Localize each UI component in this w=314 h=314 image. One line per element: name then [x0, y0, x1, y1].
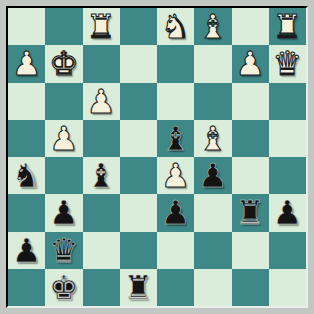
square-a5[interactable] — [8, 120, 45, 157]
square-h7[interactable]: ♛ — [269, 45, 306, 82]
piece-white-bishop[interactable]: ♝ — [198, 120, 228, 157]
square-b1[interactable]: ♚ — [45, 269, 82, 306]
square-a3[interactable] — [8, 194, 45, 231]
square-g8[interactable] — [232, 8, 269, 45]
square-a1[interactable] — [8, 269, 45, 306]
piece-black-rook[interactable]: ♜ — [235, 194, 265, 231]
square-f3[interactable] — [194, 194, 231, 231]
square-h8[interactable]: ♜ — [269, 8, 306, 45]
square-b6[interactable] — [45, 83, 82, 120]
square-e5[interactable]: ♝ — [157, 120, 194, 157]
square-e3[interactable]: ♟ — [157, 194, 194, 231]
square-e8[interactable]: ♞ — [157, 8, 194, 45]
square-f8[interactable]: ♝ — [194, 8, 231, 45]
piece-black-queen[interactable]: ♛ — [49, 232, 79, 269]
square-g1[interactable] — [232, 269, 269, 306]
square-a8[interactable] — [8, 8, 45, 45]
square-d6[interactable] — [120, 83, 157, 120]
square-h3[interactable]: ♟ — [269, 194, 306, 231]
square-f6[interactable] — [194, 83, 231, 120]
square-d5[interactable] — [120, 120, 157, 157]
square-b3[interactable]: ♟ — [45, 194, 82, 231]
piece-white-knight[interactable]: ♞ — [161, 8, 191, 45]
square-e6[interactable] — [157, 83, 194, 120]
square-f1[interactable] — [194, 269, 231, 306]
square-g6[interactable] — [232, 83, 269, 120]
piece-white-pawn[interactable]: ♟ — [49, 120, 79, 157]
square-c7[interactable] — [83, 45, 120, 82]
piece-white-pawn[interactable]: ♟ — [12, 45, 42, 82]
piece-white-pawn[interactable]: ♟ — [161, 157, 191, 194]
piece-black-pawn[interactable]: ♟ — [198, 157, 228, 194]
square-c8[interactable]: ♜ — [83, 8, 120, 45]
square-b8[interactable] — [45, 8, 82, 45]
square-a7[interactable]: ♟ — [8, 45, 45, 82]
piece-white-pawn[interactable]: ♟ — [235, 45, 265, 82]
square-f5[interactable]: ♝ — [194, 120, 231, 157]
piece-black-bishop[interactable]: ♝ — [86, 157, 116, 194]
square-d4[interactable] — [120, 157, 157, 194]
piece-white-bishop[interactable]: ♝ — [198, 8, 228, 45]
square-c3[interactable] — [83, 194, 120, 231]
square-c1[interactable] — [83, 269, 120, 306]
square-d3[interactable] — [120, 194, 157, 231]
piece-white-pawn[interactable]: ♟ — [86, 83, 116, 120]
piece-black-bishop[interactable]: ♝ — [161, 120, 191, 157]
square-f4[interactable]: ♟ — [194, 157, 231, 194]
square-c6[interactable]: ♟ — [83, 83, 120, 120]
square-e4[interactable]: ♟ — [157, 157, 194, 194]
square-c2[interactable] — [83, 232, 120, 269]
square-d8[interactable] — [120, 8, 157, 45]
square-g5[interactable] — [232, 120, 269, 157]
square-g4[interactable] — [232, 157, 269, 194]
square-e2[interactable] — [157, 232, 194, 269]
square-d7[interactable] — [120, 45, 157, 82]
board-frame: ♜♞♝♜♟♚♟♛♟♟♝♝♞♝♟♟♟♟♜♟♟♛♚♜ — [0, 0, 314, 314]
square-c5[interactable] — [83, 120, 120, 157]
square-h6[interactable] — [269, 83, 306, 120]
square-h5[interactable] — [269, 120, 306, 157]
piece-black-pawn[interactable]: ♟ — [12, 232, 42, 269]
piece-white-queen[interactable]: ♛ — [273, 45, 303, 82]
square-b4[interactable] — [45, 157, 82, 194]
square-g7[interactable]: ♟ — [232, 45, 269, 82]
square-a6[interactable] — [8, 83, 45, 120]
piece-white-rook[interactable]: ♜ — [273, 8, 303, 45]
piece-white-king[interactable]: ♚ — [49, 45, 79, 82]
square-d1[interactable]: ♜ — [120, 269, 157, 306]
square-f2[interactable] — [194, 232, 231, 269]
square-g2[interactable] — [232, 232, 269, 269]
square-f7[interactable] — [194, 45, 231, 82]
square-a2[interactable]: ♟ — [8, 232, 45, 269]
square-e7[interactable] — [157, 45, 194, 82]
piece-black-pawn[interactable]: ♟ — [273, 194, 303, 231]
square-b5[interactable]: ♟ — [45, 120, 82, 157]
piece-black-pawn[interactable]: ♟ — [49, 194, 79, 231]
square-b7[interactable]: ♚ — [45, 45, 82, 82]
square-e1[interactable] — [157, 269, 194, 306]
square-c4[interactable]: ♝ — [83, 157, 120, 194]
chess-board[interactable]: ♜♞♝♜♟♚♟♛♟♟♝♝♞♝♟♟♟♟♜♟♟♛♚♜ — [6, 6, 308, 308]
square-h2[interactable] — [269, 232, 306, 269]
piece-white-rook[interactable]: ♜ — [86, 8, 116, 45]
square-h1[interactable] — [269, 269, 306, 306]
square-b2[interactable]: ♛ — [45, 232, 82, 269]
square-g3[interactable]: ♜ — [232, 194, 269, 231]
piece-black-knight[interactable]: ♞ — [12, 157, 42, 194]
piece-black-pawn[interactable]: ♟ — [161, 194, 191, 231]
piece-black-king[interactable]: ♚ — [49, 269, 79, 306]
square-d2[interactable] — [120, 232, 157, 269]
piece-black-rook[interactable]: ♜ — [124, 269, 154, 306]
square-a4[interactable]: ♞ — [8, 157, 45, 194]
square-h4[interactable] — [269, 157, 306, 194]
